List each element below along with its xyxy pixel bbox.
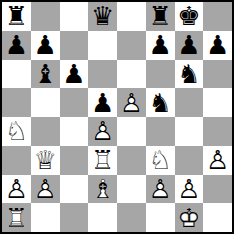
square-a5[interactable] (2, 88, 31, 117)
piece-black-knight[interactable]: ♞ (148, 90, 171, 116)
square-a6[interactable] (2, 60, 31, 89)
piece-glyph: ♜ (148, 2, 171, 31)
chess-board: ♜♛♜♚♟♟♟♟♟♝♟♞♟♟♙♞♞♘♟♙♛♕♜♖♞♘♟♙♟♙♟♙♝♗♟♙♟♙♜♖… (0, 0, 234, 234)
piece-outline-layer: ♕ (33, 146, 56, 175)
square-g8[interactable]: ♚ (175, 2, 204, 31)
square-b4[interactable] (31, 117, 60, 146)
piece-white-pawn[interactable]: ♟♙ (5, 176, 28, 202)
piece-black-knight[interactable]: ♞ (177, 61, 200, 87)
square-f7[interactable]: ♟ (146, 31, 175, 60)
square-e8[interactable] (117, 2, 146, 31)
square-a4[interactable]: ♞♘ (2, 117, 31, 146)
square-e7[interactable] (117, 31, 146, 60)
piece-black-pawn[interactable]: ♟ (62, 61, 85, 87)
piece-glyph: ♟ (148, 31, 171, 60)
piece-black-pawn[interactable]: ♟ (177, 32, 200, 58)
square-a2[interactable]: ♟♙ (2, 175, 31, 204)
square-g4[interactable] (175, 117, 204, 146)
square-h5[interactable] (203, 88, 232, 117)
piece-outline-layer: ♗ (91, 175, 114, 204)
square-c2[interactable] (60, 175, 89, 204)
piece-outline-layer: ♙ (206, 146, 229, 175)
piece-outline-layer: ♙ (5, 175, 28, 204)
piece-glyph: ♛ (91, 2, 114, 31)
square-f1[interactable] (146, 203, 175, 232)
piece-glyph: ♟ (62, 60, 85, 89)
piece-white-pawn[interactable]: ♟♙ (148, 176, 171, 202)
square-c5[interactable] (60, 88, 89, 117)
square-c7[interactable] (60, 31, 89, 60)
piece-glyph: ♟ (91, 88, 114, 117)
piece-glyph: ♟ (206, 31, 229, 60)
piece-glyph: ♞ (148, 88, 171, 117)
square-g3[interactable] (175, 146, 204, 175)
square-f6[interactable] (146, 60, 175, 89)
square-e5[interactable]: ♟♙ (117, 88, 146, 117)
piece-white-pawn[interactable]: ♟♙ (206, 147, 229, 173)
square-a3[interactable] (2, 146, 31, 175)
piece-black-pawn[interactable]: ♟ (91, 90, 114, 116)
piece-black-bishop[interactable]: ♝ (33, 61, 56, 87)
square-a1[interactable]: ♜♖ (2, 203, 31, 232)
square-b2[interactable]: ♟♙ (31, 175, 60, 204)
piece-white-pawn[interactable]: ♟♙ (91, 118, 114, 144)
square-f3[interactable]: ♞♘ (146, 146, 175, 175)
square-f5[interactable]: ♞ (146, 88, 175, 117)
square-e1[interactable] (117, 203, 146, 232)
square-e2[interactable] (117, 175, 146, 204)
piece-white-knight[interactable]: ♞♘ (5, 118, 28, 144)
square-d6[interactable] (88, 60, 117, 89)
piece-glyph: ♚ (177, 2, 200, 31)
square-h7[interactable]: ♟ (203, 31, 232, 60)
piece-glyph: ♟ (5, 31, 28, 60)
piece-black-pawn[interactable]: ♟ (5, 32, 28, 58)
piece-glyph: ♟ (177, 31, 200, 60)
square-c8[interactable] (60, 2, 89, 31)
piece-black-pawn[interactable]: ♟ (33, 32, 56, 58)
square-c4[interactable] (60, 117, 89, 146)
piece-glyph: ♜ (5, 2, 28, 31)
piece-outline-layer: ♘ (148, 146, 171, 175)
piece-outline-layer: ♘ (5, 117, 28, 146)
square-h4[interactable] (203, 117, 232, 146)
piece-glyph: ♟ (33, 31, 56, 60)
square-f4[interactable] (146, 117, 175, 146)
square-b6[interactable]: ♝ (31, 60, 60, 89)
piece-outline-layer: ♙ (120, 88, 143, 117)
piece-white-knight[interactable]: ♞♘ (148, 147, 171, 173)
piece-black-rook[interactable]: ♜ (5, 3, 28, 29)
square-g2[interactable]: ♟♙ (175, 175, 204, 204)
square-b3[interactable]: ♛♕ (31, 146, 60, 175)
square-c6[interactable]: ♟ (60, 60, 89, 89)
square-h2[interactable] (203, 175, 232, 204)
square-e4[interactable] (117, 117, 146, 146)
square-h1[interactable] (203, 203, 232, 232)
piece-outline-layer: ♙ (33, 175, 56, 204)
square-b7[interactable]: ♟ (31, 31, 60, 60)
square-d8[interactable]: ♛ (88, 2, 117, 31)
piece-outline-layer: ♙ (148, 175, 171, 204)
piece-white-rook[interactable]: ♜♖ (5, 205, 28, 231)
piece-glyph: ♞ (177, 60, 200, 89)
piece-white-pawn[interactable]: ♟♙ (177, 176, 200, 202)
piece-black-queen[interactable]: ♛ (91, 3, 114, 29)
piece-black-rook[interactable]: ♜ (148, 3, 171, 29)
square-g6[interactable]: ♞ (175, 60, 204, 89)
square-c1[interactable] (60, 203, 89, 232)
piece-outline-layer: ♙ (91, 117, 114, 146)
piece-black-pawn[interactable]: ♟ (148, 32, 171, 58)
square-c3[interactable] (60, 146, 89, 175)
piece-white-king[interactable]: ♚♔ (177, 205, 200, 231)
square-h6[interactable] (203, 60, 232, 89)
square-a7[interactable]: ♟ (2, 31, 31, 60)
square-f2[interactable]: ♟♙ (146, 175, 175, 204)
piece-white-rook[interactable]: ♜♖ (91, 147, 114, 173)
piece-white-pawn[interactable]: ♟♙ (33, 176, 56, 202)
square-f8[interactable]: ♜ (146, 2, 175, 31)
square-h3[interactable]: ♟♙ (203, 146, 232, 175)
piece-outline-layer: ♙ (177, 175, 200, 204)
square-h8[interactable] (203, 2, 232, 31)
square-d1[interactable] (88, 203, 117, 232)
square-d4[interactable]: ♟♙ (88, 117, 117, 146)
square-b1[interactable] (31, 203, 60, 232)
square-e6[interactable] (117, 60, 146, 89)
piece-white-pawn[interactable]: ♟♙ (120, 90, 143, 116)
piece-outline-layer: ♖ (91, 146, 114, 175)
square-b5[interactable] (31, 88, 60, 117)
square-d5[interactable]: ♟ (88, 88, 117, 117)
square-d2[interactable]: ♝♗ (88, 175, 117, 204)
piece-black-pawn[interactable]: ♟ (206, 32, 229, 58)
square-d3[interactable]: ♜♖ (88, 146, 117, 175)
piece-black-king[interactable]: ♚ (177, 3, 200, 29)
piece-outline-layer: ♔ (177, 203, 200, 232)
square-a8[interactable]: ♜ (2, 2, 31, 31)
piece-glyph: ♝ (33, 60, 56, 89)
piece-outline-layer: ♖ (5, 203, 28, 232)
square-b8[interactable] (31, 2, 60, 31)
square-g5[interactable] (175, 88, 204, 117)
square-g1[interactable]: ♚♔ (175, 203, 204, 232)
square-g7[interactable]: ♟ (175, 31, 204, 60)
piece-white-bishop[interactable]: ♝♗ (91, 176, 114, 202)
square-d7[interactable] (88, 31, 117, 60)
piece-white-queen[interactable]: ♛♕ (33, 147, 56, 173)
square-e3[interactable] (117, 146, 146, 175)
